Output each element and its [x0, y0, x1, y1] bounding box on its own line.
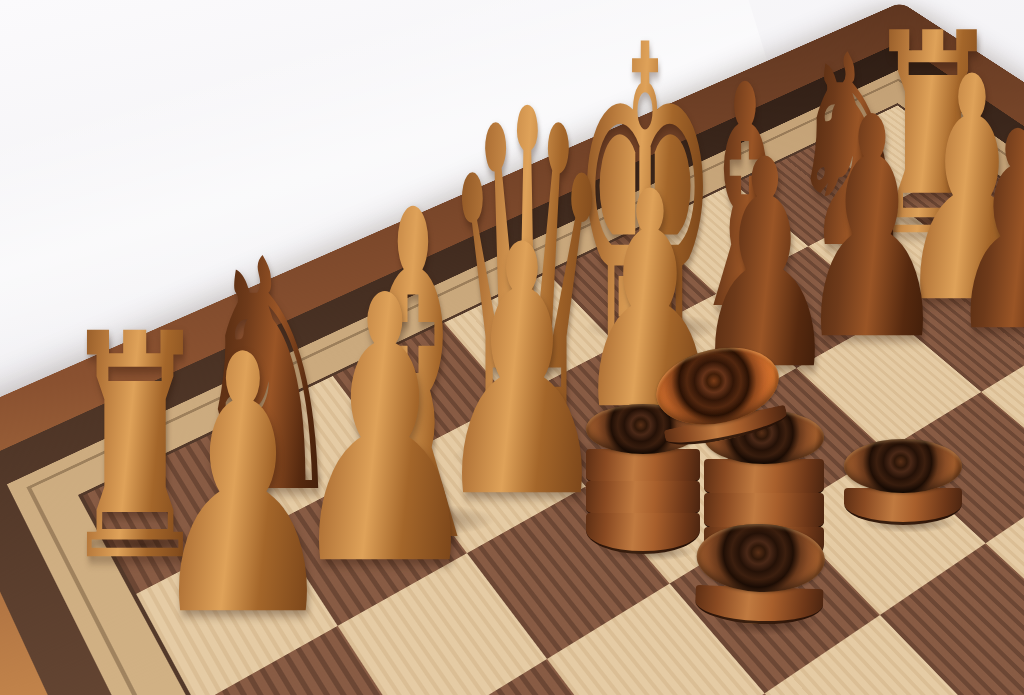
- checkers-front-single[interactable]: [694, 522, 826, 636]
- checkers-right-single[interactable]: [844, 439, 962, 535]
- pieces-layer: ♜♞♝♛♚♝♞♜♟♟♟♟♟♟♟♟: [0, 0, 1024, 695]
- checker-side: [844, 488, 962, 525]
- checker-face: [844, 439, 962, 493]
- piece-light-pawn-a2[interactable]: ♟: [147, 309, 338, 665]
- checker-face: [696, 522, 826, 594]
- piece-dark-pawn-h2[interactable]: ♟: [947, 96, 1024, 369]
- checker-side: [586, 513, 700, 554]
- board-game-photo: ♜♞♝♛♚♝♞♜♟♟♟♟♟♟♟♟: [0, 0, 1024, 695]
